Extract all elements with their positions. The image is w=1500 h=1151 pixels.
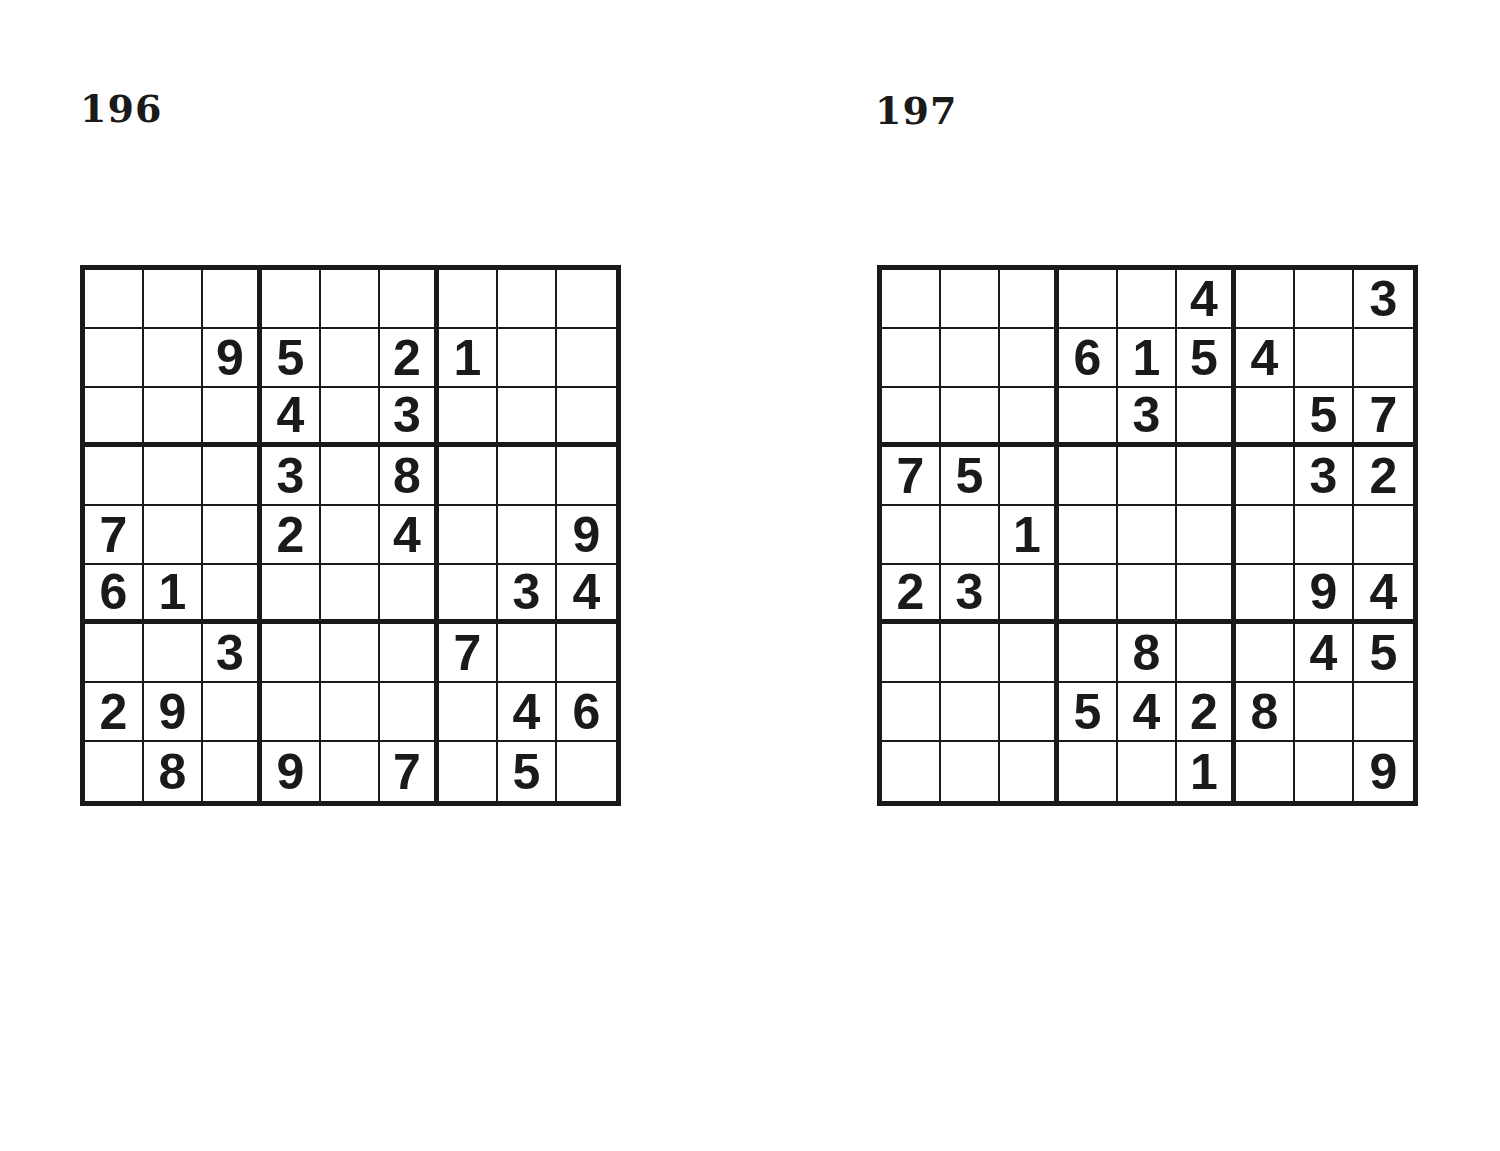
cell-r6c4[interactable] xyxy=(262,565,321,624)
cell-r5c4: 2 xyxy=(262,506,321,565)
cell-r9c9[interactable] xyxy=(557,742,616,801)
cell-r8c6[interactable] xyxy=(380,683,439,742)
cell-r1c2[interactable] xyxy=(144,270,203,329)
cell-r7c6[interactable] xyxy=(1177,624,1236,683)
cell-r3c8: 5 xyxy=(1295,388,1354,447)
cell-r9c1[interactable] xyxy=(85,742,144,801)
cell-r1c9[interactable] xyxy=(557,270,616,329)
cell-r1c1[interactable] xyxy=(85,270,144,329)
cell-r3c9[interactable] xyxy=(557,388,616,447)
cell-r2c9[interactable] xyxy=(557,329,616,388)
cell-r4c4: 3 xyxy=(262,447,321,506)
cell-r6c8: 3 xyxy=(498,565,557,624)
cell-r3c4[interactable] xyxy=(1059,388,1118,447)
cell-r6c2: 3 xyxy=(941,565,1000,624)
cell-r3c8[interactable] xyxy=(498,388,557,447)
cell-r5c8[interactable] xyxy=(1295,506,1354,565)
cell-r2c5[interactable] xyxy=(321,329,380,388)
cell-r3c1[interactable] xyxy=(85,388,144,447)
cell-r8c3[interactable] xyxy=(1000,683,1059,742)
cell-r8c7: 8 xyxy=(1236,683,1295,742)
cell-r1c9: 3 xyxy=(1354,270,1413,329)
cell-r4c6: 8 xyxy=(380,447,439,506)
cell-r8c8: 4 xyxy=(498,683,557,742)
cell-r8c4: 5 xyxy=(1059,683,1118,742)
cell-r1c4[interactable] xyxy=(1059,270,1118,329)
cell-r4c7[interactable] xyxy=(1236,447,1295,506)
cell-r1c2[interactable] xyxy=(941,270,1000,329)
cell-r3c2[interactable] xyxy=(941,388,1000,447)
cell-r1c8[interactable] xyxy=(498,270,557,329)
cell-r2c4: 5 xyxy=(262,329,321,388)
cell-r4c4[interactable] xyxy=(1059,447,1118,506)
cell-r9c8: 5 xyxy=(498,742,557,801)
cell-r3c4: 4 xyxy=(262,388,321,447)
cell-r6c1: 6 xyxy=(85,565,144,624)
cell-r2c4: 6 xyxy=(1059,329,1118,388)
cell-r1c6[interactable] xyxy=(380,270,439,329)
cell-r3c5[interactable] xyxy=(321,388,380,447)
cell-r6c1: 2 xyxy=(882,565,941,624)
cell-r7c9: 5 xyxy=(1354,624,1413,683)
cell-r3c7[interactable] xyxy=(439,388,498,447)
cell-r8c1[interactable] xyxy=(882,683,941,742)
cell-r7c4[interactable] xyxy=(1059,624,1118,683)
cell-r4c8[interactable] xyxy=(498,447,557,506)
cell-r2c7: 4 xyxy=(1236,329,1295,388)
cell-r1c8[interactable] xyxy=(1295,270,1354,329)
cell-r5c5[interactable] xyxy=(321,506,380,565)
cell-r7c4[interactable] xyxy=(262,624,321,683)
cell-r3c7[interactable] xyxy=(1236,388,1295,447)
cell-r7c2[interactable] xyxy=(144,624,203,683)
cell-r4c9: 2 xyxy=(1354,447,1413,506)
cell-r7c1[interactable] xyxy=(85,624,144,683)
cell-r8c5[interactable] xyxy=(321,683,380,742)
cell-r6c3[interactable] xyxy=(203,565,262,624)
cell-r2c5: 1 xyxy=(1118,329,1177,388)
cell-r6c9: 4 xyxy=(557,565,616,624)
cell-r2c2[interactable] xyxy=(941,329,1000,388)
cell-r9c5[interactable] xyxy=(321,742,380,801)
cell-r6c7[interactable] xyxy=(439,565,498,624)
cell-r5c1[interactable] xyxy=(882,506,941,565)
cell-r5c2[interactable] xyxy=(144,506,203,565)
cell-r8c2: 9 xyxy=(144,683,203,742)
cell-r1c5[interactable] xyxy=(1118,270,1177,329)
cell-r3c9: 7 xyxy=(1354,388,1413,447)
cell-r7c8[interactable] xyxy=(498,624,557,683)
cell-r7c2[interactable] xyxy=(941,624,1000,683)
cell-r4c1[interactable] xyxy=(85,447,144,506)
cell-r4c5[interactable] xyxy=(1118,447,1177,506)
cell-r4c3[interactable] xyxy=(203,447,262,506)
cell-r4c2[interactable] xyxy=(144,447,203,506)
cell-r3c6[interactable] xyxy=(1177,388,1236,447)
cell-r4c5[interactable] xyxy=(321,447,380,506)
cell-r6c6[interactable] xyxy=(380,565,439,624)
puzzle-number-196: 196 xyxy=(80,90,162,128)
cell-r2c7: 1 xyxy=(439,329,498,388)
cell-r3c3[interactable] xyxy=(1000,388,1059,447)
cell-r2c6: 2 xyxy=(380,329,439,388)
cell-r6c5[interactable] xyxy=(1118,565,1177,624)
cell-r4c7[interactable] xyxy=(439,447,498,506)
cell-r9c6: 7 xyxy=(380,742,439,801)
book-page: { "game": "sudoku", "colors": { "backgro… xyxy=(0,0,1500,1151)
cell-r2c3: 9 xyxy=(203,329,262,388)
cell-r8c8[interactable] xyxy=(1295,683,1354,742)
cell-r9c1[interactable] xyxy=(882,742,941,801)
cell-r8c7[interactable] xyxy=(439,683,498,742)
cell-r1c3[interactable] xyxy=(203,270,262,329)
cell-r6c2: 1 xyxy=(144,565,203,624)
cell-r7c5[interactable] xyxy=(321,624,380,683)
cell-r1c4[interactable] xyxy=(262,270,321,329)
cell-r5c6[interactable] xyxy=(1177,506,1236,565)
cell-r6c4[interactable] xyxy=(1059,565,1118,624)
cell-r6c3[interactable] xyxy=(1000,565,1059,624)
cell-r9c5[interactable] xyxy=(1118,742,1177,801)
cell-r3c1[interactable] xyxy=(882,388,941,447)
cell-r6c7[interactable] xyxy=(1236,565,1295,624)
cell-r2c8[interactable] xyxy=(1295,329,1354,388)
cell-r9c6: 1 xyxy=(1177,742,1236,801)
cell-r5c9: 9 xyxy=(557,506,616,565)
cell-r9c4[interactable] xyxy=(1059,742,1118,801)
cell-r8c9[interactable] xyxy=(1354,683,1413,742)
cell-r1c7[interactable] xyxy=(1236,270,1295,329)
cell-r7c3[interactable] xyxy=(1000,624,1059,683)
cell-r7c5: 8 xyxy=(1118,624,1177,683)
cell-r9c7[interactable] xyxy=(439,742,498,801)
cell-r9c8[interactable] xyxy=(1295,742,1354,801)
cell-r7c3: 3 xyxy=(203,624,262,683)
sudoku-grid-196: 95214338724961343729468975 xyxy=(80,265,621,806)
cell-r9c4: 9 xyxy=(262,742,321,801)
cell-r4c2: 5 xyxy=(941,447,1000,506)
cell-r5c3[interactable] xyxy=(203,506,262,565)
cell-r1c6: 4 xyxy=(1177,270,1236,329)
cell-r7c8: 4 xyxy=(1295,624,1354,683)
cell-r5c3: 1 xyxy=(1000,506,1059,565)
cell-r4c6[interactable] xyxy=(1177,447,1236,506)
cell-r5c1: 7 xyxy=(85,506,144,565)
cell-r2c1[interactable] xyxy=(85,329,144,388)
cell-r1c7[interactable] xyxy=(439,270,498,329)
cell-r6c6[interactable] xyxy=(1177,565,1236,624)
cell-r2c3[interactable] xyxy=(1000,329,1059,388)
cell-r5c7[interactable] xyxy=(439,506,498,565)
cell-r9c7[interactable] xyxy=(1236,742,1295,801)
cell-r5c5[interactable] xyxy=(1118,506,1177,565)
cell-r6c8: 9 xyxy=(1295,565,1354,624)
cell-r8c4[interactable] xyxy=(262,683,321,742)
cell-r9c2: 8 xyxy=(144,742,203,801)
cell-r2c6: 5 xyxy=(1177,329,1236,388)
cell-r2c8[interactable] xyxy=(498,329,557,388)
cell-r5c8[interactable] xyxy=(498,506,557,565)
cell-r5c9[interactable] xyxy=(1354,506,1413,565)
cell-r4c3[interactable] xyxy=(1000,447,1059,506)
cell-r8c6: 2 xyxy=(1177,683,1236,742)
cell-r7c7[interactable] xyxy=(1236,624,1295,683)
cell-r9c3[interactable] xyxy=(1000,742,1059,801)
cell-r7c1[interactable] xyxy=(882,624,941,683)
cell-r3c3[interactable] xyxy=(203,388,262,447)
cell-r5c6: 4 xyxy=(380,506,439,565)
cell-r5c2[interactable] xyxy=(941,506,1000,565)
cell-r7c9[interactable] xyxy=(557,624,616,683)
cell-r3c2[interactable] xyxy=(144,388,203,447)
cell-r1c1[interactable] xyxy=(882,270,941,329)
cell-r9c2[interactable] xyxy=(941,742,1000,801)
cell-r9c9: 9 xyxy=(1354,742,1413,801)
cell-r4c9[interactable] xyxy=(557,447,616,506)
cell-r8c2[interactable] xyxy=(941,683,1000,742)
cell-r1c5[interactable] xyxy=(321,270,380,329)
puzzle-number-197: 197 xyxy=(875,92,957,130)
cell-r8c1: 2 xyxy=(85,683,144,742)
cell-r4c8: 3 xyxy=(1295,447,1354,506)
cell-r3c5: 3 xyxy=(1118,388,1177,447)
cell-r8c9: 6 xyxy=(557,683,616,742)
cell-r7c6[interactable] xyxy=(380,624,439,683)
cell-r5c4[interactable] xyxy=(1059,506,1118,565)
cell-r2c2[interactable] xyxy=(144,329,203,388)
cell-r3c6: 3 xyxy=(380,388,439,447)
cell-r5c7[interactable] xyxy=(1236,506,1295,565)
cell-r4c1: 7 xyxy=(882,447,941,506)
cell-r7c7: 7 xyxy=(439,624,498,683)
cell-r8c3[interactable] xyxy=(203,683,262,742)
cell-r2c9[interactable] xyxy=(1354,329,1413,388)
cell-r8c5: 4 xyxy=(1118,683,1177,742)
sudoku-grid-197: 436154357753212394845542819 xyxy=(877,265,1418,806)
cell-r6c9: 4 xyxy=(1354,565,1413,624)
cell-r2c1[interactable] xyxy=(882,329,941,388)
cell-r9c3[interactable] xyxy=(203,742,262,801)
cell-r1c3[interactable] xyxy=(1000,270,1059,329)
cell-r6c5[interactable] xyxy=(321,565,380,624)
